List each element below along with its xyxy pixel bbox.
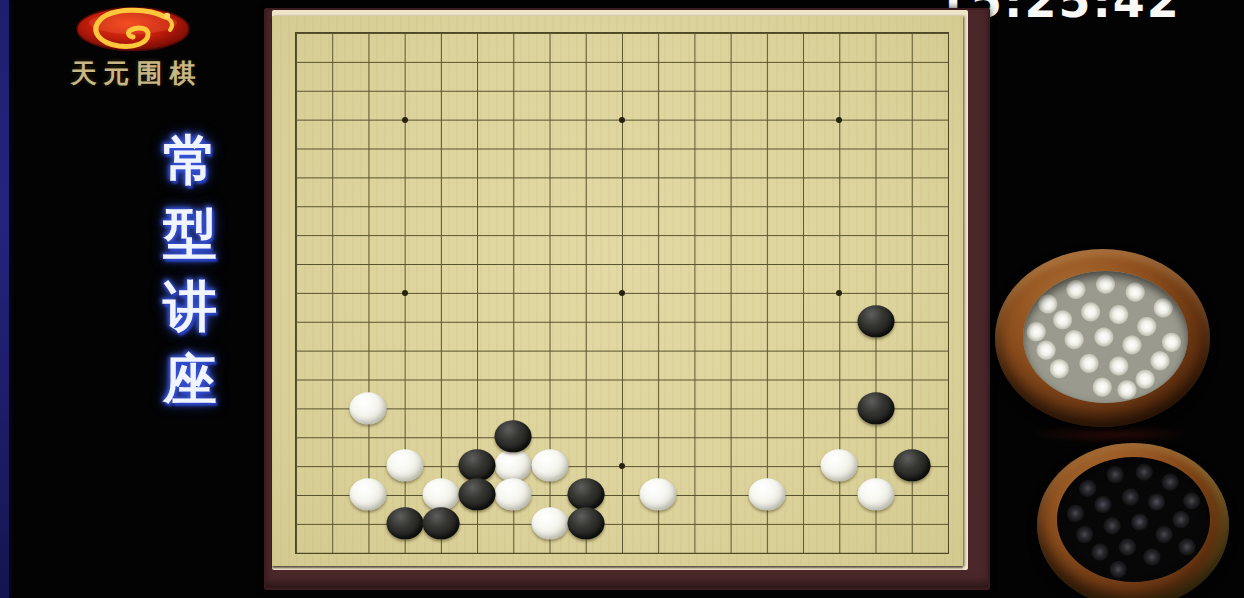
station-logo: 天元围棋 (57, 6, 209, 91)
go-board-surface (272, 16, 963, 566)
title-char-2: 型 (163, 207, 217, 261)
title-char-1: 常 (163, 134, 217, 188)
station-logo-text: 天元围棋 (57, 56, 209, 91)
black-stone-D2 (386, 507, 423, 539)
star-point (836, 290, 842, 296)
star-point (836, 117, 842, 123)
black-stone-bowl (1037, 443, 1229, 598)
star-point (402, 290, 408, 296)
title-char-3: 讲 (163, 280, 217, 334)
black-stone-R6 (857, 392, 894, 424)
black-stone-G5 (495, 421, 532, 453)
white-stone-H2 (531, 507, 568, 539)
black-stone-S4 (893, 450, 930, 482)
white-stone-E3 (422, 479, 459, 511)
white-stone-O3 (748, 479, 785, 511)
star-point (402, 117, 408, 123)
white-stone-R3 (857, 479, 894, 511)
left-edge-stripe (0, 0, 9, 598)
white-stone-bowl (995, 249, 1210, 427)
white-stone-H4 (531, 450, 568, 482)
black-stone-F3 (459, 479, 496, 511)
star-point (619, 290, 625, 296)
board-grid (295, 32, 949, 554)
title-char-4: 座 (163, 353, 217, 407)
white-bowl-stones (1023, 271, 1188, 403)
white-stone-C6 (350, 392, 387, 424)
star-point (619, 463, 625, 469)
white-stone-L3 (640, 479, 677, 511)
black-stone-E2 (422, 507, 459, 539)
black-stone-J2 (567, 507, 604, 539)
black-bowl-stones (1057, 457, 1210, 582)
black-stone-R9 (857, 305, 894, 337)
white-stone-G4 (495, 450, 532, 482)
black-stone-J3 (567, 479, 604, 511)
black-stone-F4 (459, 450, 496, 482)
star-point (619, 117, 625, 123)
go-board-frame (264, 8, 990, 590)
program-title: 常 型 讲 座 (163, 134, 217, 407)
dragon-g-logo-icon (75, 6, 191, 53)
white-stone-D4 (386, 450, 423, 482)
white-stone-Q4 (821, 450, 858, 482)
white-stone-C3 (350, 479, 387, 511)
white-stone-G3 (495, 479, 532, 511)
bowl-reflection (1030, 424, 1190, 444)
